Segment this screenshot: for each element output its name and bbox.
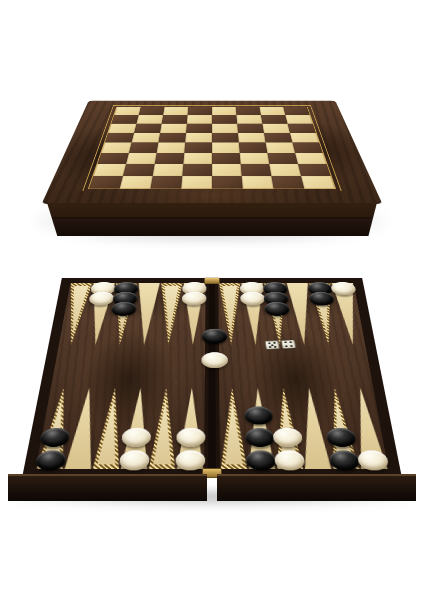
checker-white <box>182 292 207 306</box>
bar-checkers <box>201 329 228 368</box>
point-triangle <box>148 388 179 469</box>
product-photo-backgammon-set <box>0 0 424 600</box>
lid-square <box>266 142 295 152</box>
checker-stack <box>175 428 205 470</box>
bar-checker-white <box>201 352 228 368</box>
lid-square <box>150 176 182 189</box>
checker-white <box>176 428 205 447</box>
lid-square <box>269 164 301 176</box>
closed-case <box>30 78 394 250</box>
lid-square <box>267 153 298 164</box>
brass-hinge-back <box>204 278 220 284</box>
checker-stack <box>330 282 356 292</box>
lid-square <box>184 142 212 152</box>
lid-square <box>134 124 162 133</box>
checker-black <box>35 450 68 470</box>
left-bottom-points <box>36 388 205 469</box>
lid-square <box>97 153 129 164</box>
point-triangle-inner <box>97 400 123 465</box>
lid-square <box>237 124 264 133</box>
lid-square <box>212 153 241 164</box>
point-triangle <box>219 388 248 469</box>
point-17 <box>148 388 179 469</box>
lid-square <box>187 115 212 124</box>
die-pip <box>290 341 293 343</box>
lid-square <box>120 176 153 189</box>
point-18 <box>176 388 205 469</box>
lid-square <box>126 153 157 164</box>
lid-square <box>105 133 134 143</box>
die-pip <box>268 346 271 348</box>
checker-stack <box>263 282 290 312</box>
die-pip <box>285 345 288 347</box>
lid-square <box>162 115 188 124</box>
checker-stack <box>357 450 390 470</box>
lid-square <box>212 115 237 124</box>
checker-black <box>309 292 335 306</box>
checker-black <box>326 428 357 447</box>
lid-square <box>182 164 212 176</box>
point-triangle-inner <box>161 286 179 334</box>
lid-square <box>239 142 268 152</box>
dice-pair <box>265 340 297 350</box>
lid-square <box>292 142 322 152</box>
checker-stack <box>119 428 152 470</box>
lid-square <box>212 133 239 143</box>
lid-square <box>89 176 123 189</box>
lid-square <box>236 107 261 115</box>
lid-square <box>298 164 331 176</box>
die-pip <box>290 345 293 347</box>
lid-square <box>240 153 270 164</box>
lid-square <box>153 164 184 176</box>
lid-square <box>241 164 272 176</box>
lid-square <box>271 176 304 189</box>
checker-stack <box>240 282 265 302</box>
bar-checker-black <box>202 329 228 344</box>
right-bottom-points <box>219 388 388 469</box>
lid-square <box>259 107 285 115</box>
point-triangle-inner <box>153 400 175 465</box>
die-pip <box>273 342 276 344</box>
die-pip <box>284 342 287 344</box>
lid-square <box>155 153 185 164</box>
checker-white <box>272 428 302 447</box>
lid-square <box>157 142 186 152</box>
lid-square <box>301 176 335 189</box>
die-pip <box>274 346 277 348</box>
checker-black <box>111 302 137 316</box>
lid-square <box>93 164 126 176</box>
checker-black <box>245 406 274 424</box>
lid-square <box>111 115 138 124</box>
lid-square <box>129 142 158 152</box>
checker-stack <box>182 282 207 302</box>
case-front-face <box>42 203 382 236</box>
lid-square <box>261 115 288 124</box>
left-top-points <box>59 283 206 345</box>
lid-square <box>264 133 292 143</box>
lid-square <box>114 107 141 115</box>
board-left-half <box>22 278 209 478</box>
lid-square <box>212 164 242 176</box>
point-19 <box>219 388 248 469</box>
checker-black <box>246 450 277 470</box>
checker-stack <box>245 406 277 470</box>
lid-square <box>238 133 266 143</box>
lid-square <box>262 124 290 133</box>
checker-white <box>330 282 356 295</box>
right-top-points <box>218 283 365 345</box>
lid-square <box>163 107 188 115</box>
lid-square <box>242 176 274 189</box>
checker-black <box>264 302 290 316</box>
lid-square <box>288 124 316 133</box>
checker-white <box>119 450 150 470</box>
lid-square <box>236 115 262 124</box>
lid-square <box>295 153 327 164</box>
checker-stack <box>111 282 139 312</box>
checker-black <box>246 428 276 447</box>
checker-white <box>241 292 266 306</box>
checker-white <box>121 428 151 447</box>
lid-square <box>283 107 310 115</box>
lid-square <box>285 115 312 124</box>
lid-square <box>158 133 186 143</box>
lid-square <box>212 107 236 115</box>
lid-square <box>212 124 238 133</box>
chessboard-lid-frame <box>82 105 341 191</box>
lid-square <box>108 124 136 133</box>
die <box>281 340 296 349</box>
open-backgammon-board <box>12 240 412 520</box>
front-rim-left <box>8 474 207 501</box>
board-right-half <box>215 278 402 478</box>
checker-white <box>175 450 205 470</box>
checker-stack <box>272 428 305 470</box>
lid-square <box>212 142 240 152</box>
die <box>265 340 280 349</box>
checker-white <box>357 450 390 470</box>
lid-square <box>132 133 160 143</box>
lid-square <box>188 107 212 115</box>
lid-square <box>136 115 163 124</box>
lid-square <box>160 124 187 133</box>
front-rim-right <box>217 474 416 501</box>
lid-square <box>139 107 165 115</box>
lid-square <box>290 133 319 143</box>
checker-black <box>39 428 71 447</box>
lid-square <box>101 142 131 152</box>
chessboard-grid <box>88 107 336 189</box>
point-5 <box>156 283 183 345</box>
point-triangle-inner <box>224 400 244 465</box>
lid-square <box>181 176 212 189</box>
point-triangle <box>156 283 183 345</box>
lid-square <box>212 176 243 189</box>
lid-square <box>123 164 155 176</box>
case-lid-top <box>42 101 382 203</box>
checker-white <box>274 450 305 470</box>
board-surface <box>22 278 402 478</box>
lid-square <box>186 124 212 133</box>
lid-square <box>183 153 212 164</box>
point-triangle-inner <box>222 286 239 334</box>
lid-square <box>185 133 212 143</box>
